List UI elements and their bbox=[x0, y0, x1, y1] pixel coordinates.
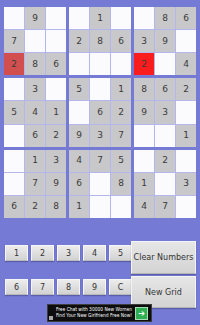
ad-text: Free Chat with 30000 New Women Find Your… bbox=[50, 308, 138, 319]
cell-r5c6[interactable]: 2 bbox=[111, 101, 131, 123]
cell-r3c5[interactable] bbox=[90, 53, 110, 75]
cell-r3c3[interactable]: 6 bbox=[46, 53, 66, 75]
cell-r8c3[interactable]: 9 bbox=[46, 173, 66, 195]
sudoku-box-5: 5162937 bbox=[69, 78, 131, 146]
sudoku-box-2: 1286 bbox=[69, 7, 131, 75]
cell-r9c3[interactable]: 8 bbox=[46, 196, 66, 218]
cell-r8c8[interactable] bbox=[155, 173, 175, 195]
cell-r9c7[interactable]: 4 bbox=[134, 196, 154, 218]
cell-r3c7[interactable]: 2 bbox=[134, 53, 154, 75]
cell-r3c8[interactable] bbox=[155, 53, 175, 75]
keypad-button-1[interactable]: 1 bbox=[5, 245, 28, 261]
cell-r1c2[interactable]: 9 bbox=[25, 7, 45, 29]
cell-r6c5[interactable]: 3 bbox=[90, 125, 110, 147]
cell-r5c7[interactable]: 9 bbox=[134, 101, 154, 123]
keypad-button-3[interactable]: 3 bbox=[57, 245, 80, 261]
sudoku-box-6: 862931 bbox=[134, 78, 196, 146]
clear-numbers-button[interactable]: Clear Numbers bbox=[131, 241, 196, 274]
cell-r7c9[interactable] bbox=[176, 150, 196, 172]
cell-r1c6[interactable] bbox=[111, 7, 131, 29]
cell-r4c3[interactable] bbox=[46, 78, 66, 100]
cell-r6c3[interactable]: 2 bbox=[46, 125, 66, 147]
cell-r5c4[interactable] bbox=[69, 101, 89, 123]
cell-r2c2[interactable] bbox=[25, 30, 45, 52]
keypad-button-5[interactable]: 5 bbox=[109, 245, 132, 261]
ad-info-icon[interactable] bbox=[49, 316, 53, 320]
cell-r1c7[interactable] bbox=[134, 7, 154, 29]
sudoku-box-9: 21347 bbox=[134, 150, 196, 218]
keypad-row-2: 6789C bbox=[5, 279, 132, 295]
cell-r7c6[interactable]: 5 bbox=[111, 150, 131, 172]
cell-r6c2[interactable]: 6 bbox=[25, 125, 45, 147]
ad-line-2: Find Your New Girlfriend Free Now! bbox=[50, 313, 138, 318]
cell-r5c5[interactable]: 6 bbox=[90, 101, 110, 123]
cell-r8c6[interactable]: 8 bbox=[111, 173, 131, 195]
cell-r3c6[interactable] bbox=[111, 53, 131, 75]
cell-r7c2[interactable]: 1 bbox=[25, 150, 45, 172]
cell-r1c8[interactable]: 8 bbox=[155, 7, 175, 29]
clear-numbers-label: Clear Numbers bbox=[134, 253, 194, 262]
cell-r6c9[interactable]: 1 bbox=[176, 125, 196, 147]
cell-r7c5[interactable]: 7 bbox=[90, 150, 110, 172]
cell-r4c8[interactable]: 6 bbox=[155, 78, 175, 100]
cell-r3c9[interactable]: 4 bbox=[176, 53, 196, 75]
cell-r7c3[interactable]: 3 bbox=[46, 150, 66, 172]
cell-r5c2[interactable]: 4 bbox=[25, 101, 45, 123]
cell-r8c9[interactable]: 3 bbox=[176, 173, 196, 195]
cell-r9c6[interactable] bbox=[111, 196, 131, 218]
cell-r3c2[interactable]: 8 bbox=[25, 53, 45, 75]
keypad-button-7[interactable]: 7 bbox=[31, 279, 54, 295]
cell-r2c1[interactable]: 7 bbox=[4, 30, 24, 52]
arrow-right-icon[interactable]: ➔ bbox=[135, 307, 148, 320]
cell-r3c1[interactable]: 2 bbox=[4, 53, 24, 75]
cell-r1c9[interactable]: 6 bbox=[176, 7, 196, 29]
cell-r9c8[interactable]: 7 bbox=[155, 196, 175, 218]
cell-r1c5[interactable]: 1 bbox=[90, 7, 110, 29]
cell-r8c7[interactable]: 1 bbox=[134, 173, 154, 195]
sudoku-box-7: 1379628 bbox=[4, 150, 66, 218]
cell-r4c7[interactable]: 8 bbox=[134, 78, 154, 100]
cell-r9c4[interactable]: 1 bbox=[69, 196, 89, 218]
new-grid-label: New Grid bbox=[145, 288, 182, 297]
cell-r3c4[interactable] bbox=[69, 53, 89, 75]
cell-r6c8[interactable] bbox=[155, 125, 175, 147]
cell-r8c2[interactable]: 7 bbox=[25, 173, 45, 195]
cell-r4c2[interactable]: 3 bbox=[25, 78, 45, 100]
cell-r2c9[interactable] bbox=[176, 30, 196, 52]
sudoku-board: 9728612868639243541625162937862931137962… bbox=[4, 7, 196, 218]
cell-r1c3[interactable] bbox=[46, 7, 66, 29]
cell-r7c1[interactable] bbox=[4, 150, 24, 172]
sudoku-box-8: 475681 bbox=[69, 150, 131, 218]
cell-r7c7[interactable] bbox=[134, 150, 154, 172]
cell-r8c4[interactable]: 6 bbox=[69, 173, 89, 195]
keypad-button-8[interactable]: 8 bbox=[57, 279, 80, 295]
cell-r4c5[interactable] bbox=[90, 78, 110, 100]
sudoku-box-4: 354162 bbox=[4, 78, 66, 146]
cell-r6c1[interactable] bbox=[4, 125, 24, 147]
cell-r6c7[interactable] bbox=[134, 125, 154, 147]
keypad-row-1: 12345 bbox=[5, 245, 132, 261]
cell-r4c4[interactable]: 5 bbox=[69, 78, 89, 100]
keypad-button-c[interactable]: C bbox=[109, 279, 132, 295]
keypad-button-2[interactable]: 2 bbox=[31, 245, 54, 261]
cell-r5c3[interactable]: 1 bbox=[46, 101, 66, 123]
cell-r4c6[interactable]: 1 bbox=[111, 78, 131, 100]
cell-r8c1[interactable] bbox=[4, 173, 24, 195]
cell-r7c8[interactable]: 2 bbox=[155, 150, 175, 172]
cell-r6c6[interactable]: 7 bbox=[111, 125, 131, 147]
cell-r2c4[interactable]: 2 bbox=[69, 30, 89, 52]
keypad-button-9[interactable]: 9 bbox=[83, 279, 106, 295]
cell-r5c1[interactable]: 5 bbox=[4, 101, 24, 123]
ad-banner[interactable]: Free Chat with 30000 New Women Find Your… bbox=[47, 304, 152, 322]
cell-r5c9[interactable] bbox=[176, 101, 196, 123]
cell-r4c1[interactable] bbox=[4, 78, 24, 100]
cell-r1c1[interactable] bbox=[4, 7, 24, 29]
cell-r5c8[interactable]: 3 bbox=[155, 101, 175, 123]
cell-r2c6[interactable]: 6 bbox=[111, 30, 131, 52]
cell-r8c5[interactable] bbox=[90, 173, 110, 195]
cell-r2c5[interactable]: 8 bbox=[90, 30, 110, 52]
keypad-button-6[interactable]: 6 bbox=[5, 279, 28, 295]
cell-r9c2[interactable]: 2 bbox=[25, 196, 45, 218]
cell-r9c9[interactable] bbox=[176, 196, 196, 218]
cell-r2c3[interactable] bbox=[46, 30, 66, 52]
cell-r9c1[interactable]: 6 bbox=[4, 196, 24, 218]
cell-r2c8[interactable]: 9 bbox=[155, 30, 175, 52]
sudoku-box-1: 97286 bbox=[4, 7, 66, 75]
sudoku-box-3: 863924 bbox=[134, 7, 196, 75]
cell-r1c4[interactable] bbox=[69, 7, 89, 29]
cell-r7c4[interactable]: 4 bbox=[69, 150, 89, 172]
keypad-button-4[interactable]: 4 bbox=[83, 245, 106, 261]
cell-r6c4[interactable]: 9 bbox=[69, 125, 89, 147]
cell-r9c5[interactable] bbox=[90, 196, 110, 218]
cell-r2c7[interactable]: 3 bbox=[134, 30, 154, 52]
cell-r4c9[interactable]: 2 bbox=[176, 78, 196, 100]
